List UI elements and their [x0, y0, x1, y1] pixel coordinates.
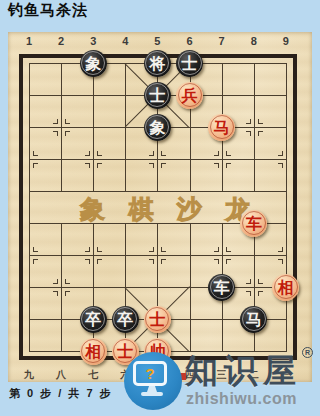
point-marker	[226, 163, 231, 168]
point-marker	[161, 247, 166, 252]
river-character: 沙	[177, 193, 202, 226]
piece-black-象-5-3[interactable]: 象	[144, 114, 171, 141]
point-marker	[97, 259, 102, 264]
move-counter: 第 0 步 / 共 7 步	[9, 386, 113, 401]
grid-hline	[29, 191, 287, 192]
piece-character: 士	[149, 306, 165, 333]
file-number-top: 7	[212, 35, 232, 47]
point-marker	[246, 291, 251, 296]
point-marker	[278, 259, 283, 264]
piece-character: 马	[214, 114, 230, 141]
point-marker	[226, 151, 231, 156]
piece-black-车-7-8[interactable]: 车	[208, 274, 235, 301]
piece-red-相-3-10[interactable]: 相	[80, 338, 107, 365]
piece-red-车-8-6[interactable]: 车	[240, 210, 267, 237]
piece-red-马-7-3[interactable]: 马	[208, 114, 235, 141]
piece-character: 象	[149, 114, 165, 141]
piece-black-士-6-1[interactable]: 士	[176, 50, 203, 77]
point-marker	[246, 279, 251, 284]
grid-vline	[61, 223, 62, 351]
piece-red-士-5-9[interactable]: 士	[144, 306, 171, 333]
piece-black-马-8-9[interactable]: 马	[240, 306, 267, 333]
point-marker	[278, 151, 283, 156]
file-number-top: 2	[51, 35, 71, 47]
puzzle-title: 钓鱼马杀法	[8, 0, 88, 20]
piece-black-象-3-1[interactable]: 象	[80, 50, 107, 77]
file-number-top: 6	[180, 35, 200, 47]
file-number-top: 8	[244, 35, 264, 47]
point-marker	[85, 247, 90, 252]
river-character: 棋	[128, 193, 153, 226]
piece-character: 车	[214, 274, 230, 301]
watermark-brand-text: 知识屋	[185, 349, 302, 394]
piece-character: 卒	[117, 306, 133, 333]
file-number-top: 9	[276, 35, 296, 47]
river-banner-text: 象棋沙龙	[80, 193, 250, 226]
piece-black-卒-3-9[interactable]: 卒	[80, 306, 107, 333]
point-marker	[65, 131, 70, 136]
point-marker	[161, 151, 166, 156]
piece-character: 士	[149, 82, 165, 109]
point-marker	[214, 259, 219, 264]
point-marker	[149, 247, 154, 252]
point-marker	[85, 259, 90, 264]
grid-vline	[286, 63, 287, 351]
point-marker	[33, 247, 38, 252]
piece-character: 车	[246, 210, 262, 237]
grid-vline	[29, 63, 30, 351]
river-character: 象	[80, 193, 105, 226]
point-marker	[97, 151, 102, 156]
piece-character: 相	[278, 274, 294, 301]
file-number-bottom: 九	[19, 368, 39, 382]
point-marker	[161, 259, 166, 264]
point-marker	[85, 151, 90, 156]
file-number-top: 1	[19, 35, 39, 47]
point-marker	[53, 279, 58, 284]
point-marker	[246, 131, 251, 136]
point-marker	[258, 291, 263, 296]
piece-black-卒-4-9[interactable]: 卒	[112, 306, 139, 333]
piece-character: 兵	[182, 82, 198, 109]
point-marker	[65, 279, 70, 284]
file-number-bottom: 八	[51, 368, 71, 382]
piece-character: 象	[85, 50, 101, 77]
piece-black-将-5-1[interactable]: 将	[144, 50, 171, 77]
point-marker	[258, 119, 263, 124]
point-marker	[149, 163, 154, 168]
point-marker	[278, 247, 283, 252]
point-marker	[33, 259, 38, 264]
watermark-logo-circle: ?	[124, 352, 182, 410]
point-marker	[258, 131, 263, 136]
piece-red-兵-6-2[interactable]: 兵	[176, 82, 203, 109]
point-marker	[149, 151, 154, 156]
point-marker	[53, 131, 58, 136]
piece-character: 卒	[85, 306, 101, 333]
file-number-top: 4	[115, 35, 135, 47]
xiangqi-puzzle-page: 钓鱼马杀法 象棋沙龙 123456789九八七六五四三二一 象将士士兵象马车车相…	[0, 0, 320, 416]
piece-character: 士	[182, 50, 198, 77]
point-marker	[33, 151, 38, 156]
point-marker	[161, 163, 166, 168]
point-marker	[246, 119, 251, 124]
point-marker	[53, 119, 58, 124]
point-marker	[214, 151, 219, 156]
monitor-question-icon: ?	[133, 361, 167, 386]
grid-vline	[254, 63, 255, 191]
file-number-top: 3	[83, 35, 103, 47]
point-marker	[97, 247, 102, 252]
watermark-domain-text: zhishiwu.com	[186, 390, 297, 408]
monitor-stand-base	[141, 392, 163, 396]
point-marker	[65, 291, 70, 296]
point-marker	[214, 163, 219, 168]
point-marker	[85, 163, 90, 168]
piece-character: 相	[85, 338, 101, 365]
point-marker	[53, 291, 58, 296]
file-number-bottom: 七	[83, 368, 103, 382]
point-marker	[33, 163, 38, 168]
point-marker	[65, 119, 70, 124]
point-marker	[226, 259, 231, 264]
piece-red-相-9-8[interactable]: 相	[272, 274, 299, 301]
point-marker	[258, 279, 263, 284]
point-marker	[226, 247, 231, 252]
registered-trademark-icon: R	[302, 347, 313, 358]
piece-black-士-5-2[interactable]: 士	[144, 82, 171, 109]
point-marker	[278, 163, 283, 168]
point-marker	[214, 247, 219, 252]
file-number-top: 5	[147, 35, 167, 47]
piece-character: 马	[246, 306, 262, 333]
xiangqi-board: 象棋沙龙 123456789九八七六五四三二一 象将士士兵象马车车相卒卒士马相士…	[8, 32, 312, 382]
piece-character: 将	[149, 50, 165, 77]
point-marker	[149, 259, 154, 264]
point-marker	[97, 163, 102, 168]
grid-vline	[61, 63, 62, 191]
question-mark-glyph: ?	[145, 365, 154, 382]
grid-vline	[93, 63, 94, 191]
